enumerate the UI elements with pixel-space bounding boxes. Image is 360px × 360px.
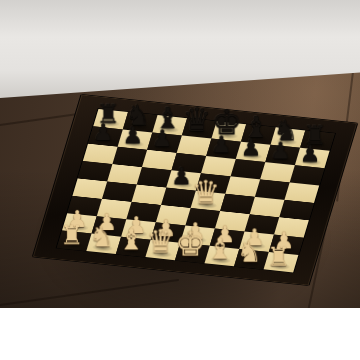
square-a4 <box>72 178 107 198</box>
photo-matte-bottom <box>0 308 360 360</box>
square-e1: ♚ <box>175 243 210 263</box>
square-g5 <box>255 179 290 199</box>
piece-black-pawn: ♟ <box>295 143 325 166</box>
square-a6 <box>83 144 118 164</box>
piece-white-queen: ♛ <box>191 176 221 208</box>
piece-black-pawn: ♟ <box>88 121 118 144</box>
chess-board: ♜♞♝♛♚♝♞♜♟♟♟♟♟♟♟♟♛♟♟♟♟♟♟♟♟♜♞♝♛♚♝♞♜ <box>56 108 336 273</box>
square-b4 <box>102 181 137 201</box>
piece-black-pawn: ♟ <box>206 133 236 156</box>
chess-board-frame: ♜♞♝♛♚♝♞♜♟♟♟♟♟♟♟♟♛♟♟♟♟♟♟♟♟♜♞♝♛♚♝♞♜ <box>33 95 357 286</box>
square-f4 <box>220 194 255 214</box>
square-e4: ♛ <box>191 191 226 211</box>
square-h5 <box>284 183 319 203</box>
board-perspective-wrapper: ♜♞♝♛♚♝♞♜♟♟♟♟♟♟♟♟♛♟♟♟♟♟♟♟♟♜♞♝♛♚♝♞♜ <box>55 50 335 308</box>
square-h3 <box>274 217 309 237</box>
piece-black-pawn: ♟ <box>147 127 177 150</box>
photo-background-table: ♜♞♝♛♚♝♞♜♟♟♟♟♟♟♟♟♛♟♟♟♟♟♟♟♟♜♞♝♛♚♝♞♜ <box>0 0 360 308</box>
chess-set-product-photo: { "game": "chess", "scene": { "type": "s… <box>0 0 360 360</box>
square-f5 <box>225 176 260 196</box>
